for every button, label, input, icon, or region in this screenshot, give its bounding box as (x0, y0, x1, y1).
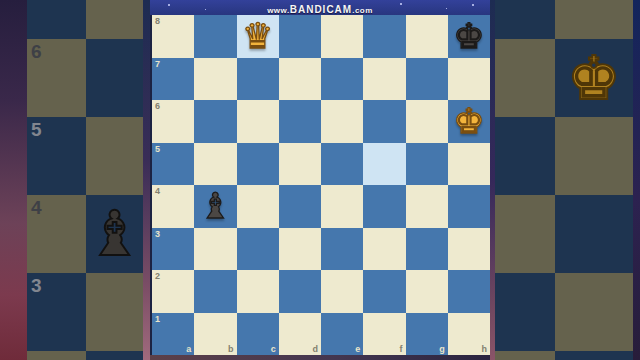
chess-board: 8♛♚76♚54♝321abcdefgh (152, 15, 490, 355)
bg-square-a4: 4 (27, 195, 86, 273)
bg-square-b6 (86, 39, 143, 117)
square-d1[interactable]: d (279, 313, 321, 356)
square-d4[interactable] (279, 185, 321, 228)
square-g5[interactable] (406, 143, 448, 186)
watermark-prefix: www. (267, 6, 290, 15)
white-king[interactable]: ♚ (448, 100, 490, 143)
square-f5[interactable] (363, 143, 405, 186)
bg-square-b7 (86, 0, 143, 39)
rank-label-4: 4 (155, 186, 160, 196)
square-f7[interactable] (363, 58, 405, 101)
square-h6[interactable]: ♚ (448, 100, 490, 143)
file-label-a: a (186, 344, 191, 354)
bg-square-h5 (555, 117, 633, 195)
bg-square-h6: ♚ (555, 39, 633, 117)
right-edge-gradient (633, 0, 640, 360)
bg-square-b3 (86, 273, 143, 351)
square-f6[interactable] (363, 100, 405, 143)
star-dot (446, 8, 447, 9)
square-h5[interactable] (448, 143, 490, 186)
square-g8[interactable] (406, 15, 448, 58)
square-d7[interactable] (279, 58, 321, 101)
square-d3[interactable] (279, 228, 321, 271)
square-d5[interactable] (279, 143, 321, 186)
rank-label-5: 5 (155, 144, 160, 154)
bg-square-h7 (555, 0, 633, 39)
white-queen[interactable]: ♛ (237, 15, 279, 58)
bg-square-g3 (495, 273, 555, 351)
bg-square-b2 (86, 351, 143, 360)
bg-rank-label-3: 3 (31, 275, 42, 297)
square-a7[interactable]: 7 (152, 58, 194, 101)
rank-label-1: 1 (155, 314, 160, 324)
square-g4[interactable] (406, 185, 448, 228)
bg-square-g4 (495, 195, 555, 273)
watermark-text: www.BANDICAM.com (267, 0, 373, 15)
bg-square-h3 (555, 273, 633, 351)
star-dot (205, 9, 206, 10)
square-a6[interactable]: 6 (152, 100, 194, 143)
square-c5[interactable] (237, 143, 279, 186)
bg-rank-label-4: 4 (31, 197, 42, 219)
rank-label-3: 3 (155, 229, 160, 239)
file-label-h: h (482, 344, 488, 354)
square-b6[interactable] (194, 100, 236, 143)
bg-square-a2 (27, 351, 86, 360)
bg-square-b5 (86, 117, 143, 195)
bg-rank-label-6: 6 (31, 41, 42, 63)
rank-label-8: 8 (155, 16, 160, 26)
bg-black-bishop: ♝ (86, 195, 143, 273)
square-f1[interactable]: f (363, 313, 405, 356)
square-h2[interactable] (448, 270, 490, 313)
rank-label-2: 2 (155, 271, 160, 281)
bandicam-watermark-bar: www.BANDICAM.com (150, 0, 490, 15)
square-b1[interactable]: b (194, 313, 236, 356)
file-label-f: f (400, 344, 403, 354)
rank-label-7: 7 (155, 59, 160, 69)
square-a1[interactable]: 1a (152, 313, 194, 356)
square-h3[interactable] (448, 228, 490, 271)
square-b3[interactable] (194, 228, 236, 271)
bg-square-h2 (555, 351, 633, 360)
bg-square-b4: ♝ (86, 195, 143, 273)
square-g2[interactable] (406, 270, 448, 313)
square-g6[interactable] (406, 100, 448, 143)
square-e8[interactable] (321, 15, 363, 58)
board-bottom-strip (150, 355, 490, 360)
square-g7[interactable] (406, 58, 448, 101)
square-a4[interactable]: 4 (152, 185, 194, 228)
rank-label-6: 6 (155, 101, 160, 111)
square-c6[interactable] (237, 100, 279, 143)
square-c8[interactable]: ♛ (237, 15, 279, 58)
bg-square-a5: 5 (27, 117, 86, 195)
bg-square-h4 (555, 195, 633, 273)
square-h8[interactable]: ♚ (448, 15, 490, 58)
square-f8[interactable] (363, 15, 405, 58)
square-e3[interactable] (321, 228, 363, 271)
screenshot-stage: 654♝3 ♚ www.BANDICAM.com 8♛♚76♚54♝321abc… (0, 0, 640, 360)
square-f3[interactable] (363, 228, 405, 271)
file-label-b: b (228, 344, 234, 354)
square-c7[interactable] (237, 58, 279, 101)
square-h7[interactable] (448, 58, 490, 101)
square-d8[interactable] (279, 15, 321, 58)
square-f4[interactable] (363, 185, 405, 228)
square-g3[interactable] (406, 228, 448, 271)
bg-square-a6: 6 (27, 39, 86, 117)
square-e6[interactable] (321, 100, 363, 143)
square-e4[interactable] (321, 185, 363, 228)
square-b4[interactable]: ♝ (194, 185, 236, 228)
square-d6[interactable] (279, 100, 321, 143)
file-label-g: g (439, 344, 445, 354)
black-king[interactable]: ♚ (448, 15, 490, 58)
watermark-brand: BANDICAM (290, 4, 352, 15)
left-board-edge (143, 0, 150, 360)
square-a2[interactable]: 2 (152, 270, 194, 313)
file-label-d: d (313, 344, 319, 354)
bg-square-g2 (495, 351, 555, 360)
square-c2[interactable] (237, 270, 279, 313)
black-bishop[interactable]: ♝ (194, 185, 236, 228)
square-c4[interactable] (237, 185, 279, 228)
star-dot (400, 3, 402, 5)
square-c3[interactable] (237, 228, 279, 271)
square-b7[interactable] (194, 58, 236, 101)
bg-rank-label-5: 5 (31, 119, 42, 141)
bg-square-a7 (27, 0, 86, 39)
square-a5[interactable]: 5 (152, 143, 194, 186)
square-b8[interactable] (194, 15, 236, 58)
square-e2[interactable] (321, 270, 363, 313)
bg-square-a3: 3 (27, 273, 86, 351)
watermark-suffix: .com (352, 6, 373, 15)
square-d2[interactable] (279, 270, 321, 313)
video-column: www.BANDICAM.com 8♛♚76♚54♝321abcdefgh (150, 0, 490, 360)
left-edge-gradient (0, 0, 27, 360)
background-left-panel: 654♝3 (0, 0, 150, 360)
square-a3[interactable]: 3 (152, 228, 194, 271)
square-c1[interactable]: c (237, 313, 279, 356)
square-b2[interactable] (194, 270, 236, 313)
square-e7[interactable] (321, 58, 363, 101)
square-h4[interactable] (448, 185, 490, 228)
bg-square-g6 (495, 39, 555, 117)
square-e1[interactable]: e (321, 313, 363, 356)
square-h1[interactable]: h (448, 313, 490, 356)
background-right-panel: ♚ (490, 0, 640, 360)
bg-board-right: ♚ (495, 0, 633, 360)
star-dot (472, 4, 474, 6)
square-a8[interactable]: 8 (152, 15, 194, 58)
file-label-e: e (355, 344, 360, 354)
bg-square-g5 (495, 117, 555, 195)
bg-white-king: ♚ (555, 39, 633, 117)
file-label-c: c (271, 344, 276, 354)
board-wrap: 8♛♚76♚54♝321abcdefgh (150, 15, 490, 355)
star-dot (168, 4, 170, 6)
square-g1[interactable]: g (406, 313, 448, 356)
square-e5[interactable] (321, 143, 363, 186)
bg-board-left: 654♝3 (27, 0, 143, 360)
bg-square-g7 (495, 0, 555, 39)
square-f2[interactable] (363, 270, 405, 313)
square-b5[interactable] (194, 143, 236, 186)
